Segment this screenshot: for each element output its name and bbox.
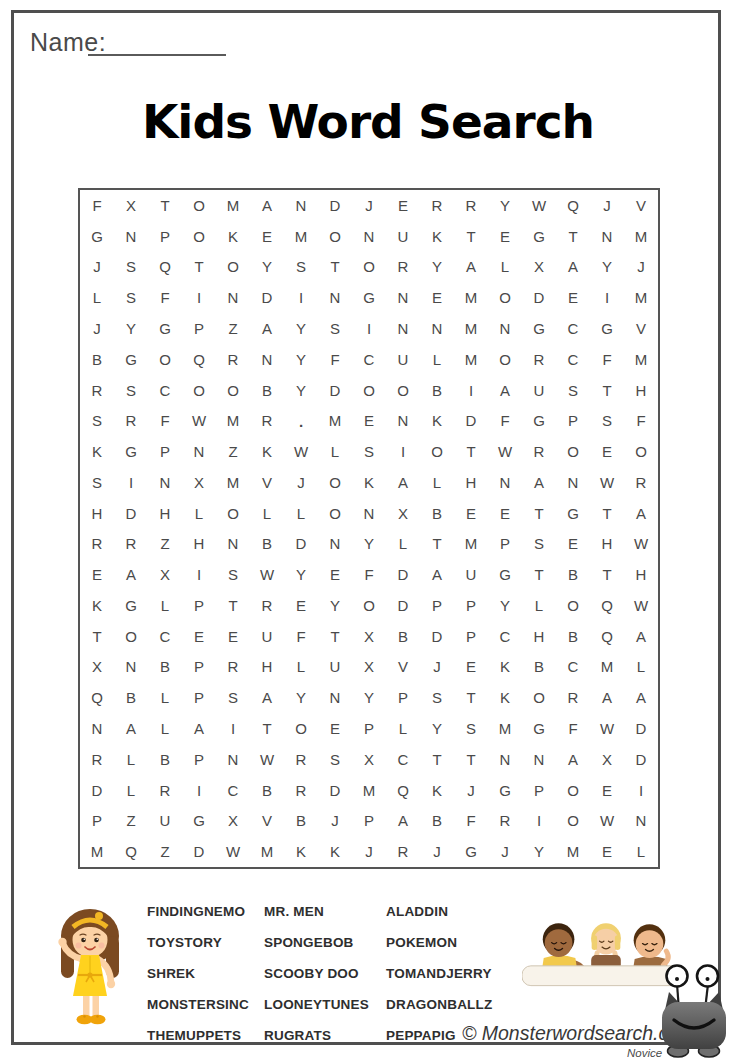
grid-cell: U — [250, 621, 284, 652]
word-list-item: TOMANDJERRY — [386, 958, 506, 989]
grid-cell: L — [114, 775, 148, 806]
grid-cell: E — [556, 282, 590, 313]
grid-cell: S — [284, 252, 318, 283]
grid-cell: M — [488, 713, 522, 744]
grid-cell: G — [522, 313, 556, 344]
grid-cell: O — [624, 436, 658, 467]
grid-cell: X — [352, 621, 386, 652]
grid-cell: K — [284, 836, 318, 867]
grid-cell: X — [216, 805, 250, 836]
grid-cell: N — [114, 221, 148, 252]
grid-cell: J — [624, 252, 658, 283]
grid-cell: O — [352, 375, 386, 406]
grid-cell: J — [420, 652, 454, 683]
grid-cell: N — [420, 313, 454, 344]
grid-cell: B — [556, 621, 590, 652]
grid-cell: J — [80, 252, 114, 283]
grid-cell: Y — [250, 252, 284, 283]
grid-cell: S — [114, 252, 148, 283]
grid-cell: O — [386, 375, 420, 406]
grid-cell: Y — [318, 590, 352, 621]
grid-cell: N — [522, 744, 556, 775]
grid-cell: J — [284, 467, 318, 498]
grid-cell: Y — [284, 682, 318, 713]
grid-cell: Y — [590, 252, 624, 283]
grid-cell: O — [114, 621, 148, 652]
grid-cell: B — [250, 529, 284, 560]
grid-cell: H — [454, 467, 488, 498]
grid-cell: O — [352, 590, 386, 621]
grid-cell: J — [352, 190, 386, 221]
grid-cell: T — [216, 590, 250, 621]
grid-cell: S — [216, 682, 250, 713]
word-list-column: FINDINGNEMOTOYSTORYSHREKMONSTERSINCTHEMU… — [147, 896, 262, 1051]
grid-cell: L — [386, 713, 420, 744]
grid-cell: M — [216, 467, 250, 498]
grid-cell: F — [352, 559, 386, 590]
word-list-item: ALADDIN — [386, 896, 506, 927]
grid-cell: T — [590, 559, 624, 590]
grid-cell: G — [522, 221, 556, 252]
grid-cell: U — [386, 221, 420, 252]
grid-cell: D — [386, 559, 420, 590]
grid-cell: C — [488, 621, 522, 652]
grid-cell: D — [114, 498, 148, 529]
grid-cell: S — [352, 436, 386, 467]
grid-cell: Y — [284, 344, 318, 375]
grid-cell: G — [182, 805, 216, 836]
grid-cell: L — [624, 652, 658, 683]
grid-cell: A — [250, 190, 284, 221]
grid-cell: A — [624, 498, 658, 529]
grid-cell: M — [454, 529, 488, 560]
grid-cell: E — [318, 713, 352, 744]
grid-cell: D — [420, 621, 454, 652]
grid-cell: M — [80, 836, 114, 867]
word-list-item: MONSTERSINC — [147, 989, 262, 1020]
grid-cell: G — [114, 436, 148, 467]
grid-cell: C — [216, 775, 250, 806]
grid-cell: R — [250, 405, 284, 436]
word-list-item: MR. MEN — [264, 896, 382, 927]
grid-cell: S — [80, 467, 114, 498]
grid-cell: H — [522, 621, 556, 652]
name-blank-line — [88, 54, 226, 56]
grid-cell: R — [386, 252, 420, 283]
grid-cell: B — [522, 652, 556, 683]
grid-cell: I — [590, 282, 624, 313]
grid-cell: E — [420, 282, 454, 313]
grid-cell: M — [216, 190, 250, 221]
grid-cell: D — [624, 744, 658, 775]
grid-cell: T — [556, 221, 590, 252]
grid-cell: T — [454, 744, 488, 775]
grid-cell: K — [250, 436, 284, 467]
grid-cell: M — [624, 221, 658, 252]
grid-cell: G — [80, 221, 114, 252]
grid-cell: F — [318, 344, 352, 375]
grid-cell: O — [420, 436, 454, 467]
grid-cell: N — [386, 313, 420, 344]
grid-cell: A — [386, 805, 420, 836]
grid-cell: Q — [182, 344, 216, 375]
grid-cell: K — [80, 436, 114, 467]
grid-cell: C — [352, 344, 386, 375]
grid-cell: E — [454, 498, 488, 529]
grid-cell: B — [420, 805, 454, 836]
grid-cell: S — [590, 405, 624, 436]
grid-cell: A — [556, 744, 590, 775]
grid-cell: O — [284, 713, 318, 744]
grid-cell: N — [182, 436, 216, 467]
grid-cell: N — [318, 529, 352, 560]
grid-cell: D — [318, 190, 352, 221]
grid-cell: G — [488, 559, 522, 590]
grid-cell: P — [80, 805, 114, 836]
grid-cell: L — [386, 529, 420, 560]
grid-cell: U — [148, 805, 182, 836]
grid-cell: V — [624, 190, 658, 221]
grid-cell: Q — [114, 836, 148, 867]
grid-cell: R — [522, 344, 556, 375]
grid-cell: I — [114, 467, 148, 498]
word-list-item: RUGRATS — [264, 1020, 382, 1051]
grid-cell: I — [522, 805, 556, 836]
grid-cell: K — [420, 775, 454, 806]
word-search-grid: FXTOMANDJERRYWQJVGNPOKEMONUKTEGTNMJSQTOY… — [78, 188, 660, 869]
grid-cell: M — [624, 344, 658, 375]
grid-cell: O — [318, 221, 352, 252]
grid-cell: F — [454, 805, 488, 836]
grid-cell: L — [80, 282, 114, 313]
grid-cell: P — [488, 529, 522, 560]
grid-cell: G — [522, 713, 556, 744]
grid-cell: W — [590, 467, 624, 498]
grid-cell: P — [352, 713, 386, 744]
grid-cell: R — [284, 744, 318, 775]
grid-cell: T — [454, 221, 488, 252]
grid-cell: M — [624, 282, 658, 313]
grid-cell: Z — [148, 836, 182, 867]
grid-cell: X — [386, 498, 420, 529]
grid-cell: D — [182, 836, 216, 867]
grid-cell: T — [148, 190, 182, 221]
grid-cell: H — [624, 375, 658, 406]
grid-cell: T — [454, 436, 488, 467]
grid-cell: D — [318, 375, 352, 406]
grid-cell: D — [318, 775, 352, 806]
grid-cell: S — [420, 682, 454, 713]
grid-cell: V — [624, 313, 658, 344]
grid-cell: R — [454, 190, 488, 221]
grid-cell: N — [216, 744, 250, 775]
grid-cell: P — [148, 221, 182, 252]
grid-cell: R — [250, 590, 284, 621]
grid-cell: W — [590, 713, 624, 744]
grid-cell: T — [590, 498, 624, 529]
grid-cell: E — [454, 652, 488, 683]
grid-cell: V — [386, 652, 420, 683]
grid-cell: L — [148, 590, 182, 621]
grid-cell: F — [148, 405, 182, 436]
grid-cell: H — [250, 652, 284, 683]
grid-cell: Y — [488, 190, 522, 221]
grid-cell: P — [182, 682, 216, 713]
grid-cell: B — [556, 559, 590, 590]
grid-cell: Q — [590, 590, 624, 621]
grid-cell: O — [488, 344, 522, 375]
grid-cell: L — [420, 344, 454, 375]
grid-cell: M — [284, 221, 318, 252]
grid-cell: G — [352, 282, 386, 313]
grid-cell: O — [318, 467, 352, 498]
word-list-item: SPONGEBOB — [264, 927, 382, 958]
grid-cell: X — [352, 744, 386, 775]
grid-cell: F — [284, 621, 318, 652]
grid-cell: B — [148, 744, 182, 775]
grid-cell: X — [352, 652, 386, 683]
grid-cell: R — [80, 744, 114, 775]
grid-cell: W — [182, 405, 216, 436]
grid-cell: M — [454, 282, 488, 313]
grid-cell: L — [114, 744, 148, 775]
grid-cell: B — [148, 652, 182, 683]
grid-cell: F — [556, 713, 590, 744]
grid-cell: K — [216, 221, 250, 252]
grid-cell: X — [114, 190, 148, 221]
grid-cell: K — [488, 682, 522, 713]
grid-cell: Y — [284, 375, 318, 406]
grid-cell: U — [454, 559, 488, 590]
grid-cell: P — [454, 590, 488, 621]
grid-cell: P — [420, 590, 454, 621]
grid-cell: K — [420, 221, 454, 252]
grid-cell: N — [318, 282, 352, 313]
grid-cell: R — [420, 190, 454, 221]
grid-cell: I — [624, 775, 658, 806]
monster-mascot-illustration — [656, 958, 736, 1060]
grid-cell: O — [216, 375, 250, 406]
grid-cell: R — [522, 436, 556, 467]
grid-cell: E — [488, 221, 522, 252]
grid-cell: O — [556, 775, 590, 806]
grid-cell: M — [216, 405, 250, 436]
grid-cell: G — [454, 836, 488, 867]
grid-cell: D — [522, 282, 556, 313]
grid-cell: N — [488, 744, 522, 775]
grid-cell: L — [148, 682, 182, 713]
grid-cell: A — [624, 621, 658, 652]
grid-cell: F — [80, 190, 114, 221]
grid-cell: P — [182, 313, 216, 344]
name-label: Name: — [30, 28, 106, 57]
grid-cell: G — [114, 590, 148, 621]
grid-cell: R — [284, 775, 318, 806]
grid-cell: A — [590, 682, 624, 713]
grid-cell: W — [590, 805, 624, 836]
grid-cell: N — [250, 344, 284, 375]
grid-cell: W — [488, 436, 522, 467]
grid-cell: R — [148, 775, 182, 806]
grid-cell: O — [182, 221, 216, 252]
grid-cell: N — [318, 682, 352, 713]
grid-cell: N — [148, 467, 182, 498]
grid-cell: E — [590, 836, 624, 867]
grid-cell: T — [590, 375, 624, 406]
grid-cell: K — [318, 836, 352, 867]
grid-cell: O — [318, 498, 352, 529]
grid-cell: S — [522, 529, 556, 560]
grid-cell: H — [182, 529, 216, 560]
grid-cell: W — [216, 836, 250, 867]
word-list-item: SHREK — [147, 958, 262, 989]
grid-cell: N — [352, 221, 386, 252]
grid-cell: L — [420, 467, 454, 498]
grid-cell: B — [114, 682, 148, 713]
grid-cell: I — [216, 713, 250, 744]
grid-cell: R — [488, 805, 522, 836]
grid-cell: E — [318, 559, 352, 590]
grid-cell: J — [590, 190, 624, 221]
grid-cell: N — [386, 405, 420, 436]
grid-cell: M — [352, 775, 386, 806]
grid-cell: I — [182, 559, 216, 590]
grid-cell: E — [386, 190, 420, 221]
grid-cell: G — [522, 405, 556, 436]
grid-cell: K — [420, 405, 454, 436]
grid-cell: W — [284, 436, 318, 467]
word-list-item: POKEMON — [386, 927, 506, 958]
grid-cell: R — [80, 375, 114, 406]
grid-cell: Q — [386, 775, 420, 806]
grid-cell: D — [80, 775, 114, 806]
grid-cell: J — [420, 836, 454, 867]
grid-cell: R — [80, 529, 114, 560]
grid-cell: O — [148, 344, 182, 375]
grid-cell: Q — [148, 252, 182, 283]
grid-cell: K — [352, 467, 386, 498]
word-list-item: SCOOBY DOO — [264, 958, 382, 989]
grid-cell: P — [556, 405, 590, 436]
grid-cell: Y — [352, 529, 386, 560]
grid-cell: M — [250, 836, 284, 867]
grid-cell: J — [352, 836, 386, 867]
word-list-item: LOONEYTUNES — [264, 989, 382, 1020]
grid-cell: L — [488, 252, 522, 283]
grid-cell: R — [386, 836, 420, 867]
grid-cell: M — [454, 313, 488, 344]
grid-cell: A — [386, 467, 420, 498]
grid-cell: W — [624, 529, 658, 560]
word-list-item: TOYSTORY — [147, 927, 262, 958]
grid-cell: Z — [148, 529, 182, 560]
grid-cell: O — [556, 436, 590, 467]
grid-cell: R — [114, 529, 148, 560]
grid-cell: E — [590, 775, 624, 806]
grid-cell: S — [318, 744, 352, 775]
grid-cell: S — [454, 713, 488, 744]
grid-cell: T — [454, 682, 488, 713]
grid-cell: I — [284, 282, 318, 313]
grid-cell: Z — [216, 313, 250, 344]
grid-cell: P — [454, 621, 488, 652]
grid-cell: E — [250, 221, 284, 252]
grid-cell: S — [114, 375, 148, 406]
grid-cell: A — [556, 252, 590, 283]
grid-cell: T — [420, 744, 454, 775]
grid-cell: P — [386, 682, 420, 713]
grid-cell: H — [148, 498, 182, 529]
girl-illustration — [42, 896, 138, 1032]
grid-cell: G — [114, 344, 148, 375]
grid-cell: A — [454, 252, 488, 283]
grid-cell: I — [182, 775, 216, 806]
grid-cell: A — [522, 467, 556, 498]
grid-cell: S — [114, 282, 148, 313]
grid-cell: Y — [420, 713, 454, 744]
grid-cell: D — [454, 405, 488, 436]
grid-cell: D — [624, 713, 658, 744]
grid-cell: N — [216, 529, 250, 560]
grid-cell: Z — [114, 805, 148, 836]
grid-cell: E — [590, 436, 624, 467]
grid-cell: O — [182, 190, 216, 221]
grid-cell: T — [522, 498, 556, 529]
grid-cell: G — [488, 775, 522, 806]
grid-cell: Y — [114, 313, 148, 344]
grid-cell: . — [284, 405, 318, 436]
grid-cell: C — [556, 344, 590, 375]
grid-cell: A — [250, 682, 284, 713]
grid-cell: F — [590, 344, 624, 375]
grid-cell: O — [522, 682, 556, 713]
grid-cell: B — [420, 498, 454, 529]
grid-cell: B — [80, 344, 114, 375]
grid-cell: N — [284, 190, 318, 221]
grid-cell: W — [250, 744, 284, 775]
grid-cell: B — [386, 621, 420, 652]
grid-cell: X — [182, 467, 216, 498]
grid-cell: L — [318, 436, 352, 467]
grid-cell: G — [148, 313, 182, 344]
grid-cell: G — [590, 313, 624, 344]
grid-cell: X — [148, 559, 182, 590]
grid-cell: A — [624, 682, 658, 713]
grid-cell: J — [454, 775, 488, 806]
grid-cell: B — [284, 805, 318, 836]
grid-cell: N — [624, 805, 658, 836]
grid-cell: Q — [80, 682, 114, 713]
grid-cell: U — [386, 344, 420, 375]
grid-cell: P — [352, 805, 386, 836]
grid-cell: I — [182, 282, 216, 313]
grid-cell: L — [148, 713, 182, 744]
grid-cell: C — [148, 375, 182, 406]
word-list-column: MR. MENSPONGEBOBSCOOBY DOOLOONEYTUNESRUG… — [264, 896, 382, 1051]
grid-cell: E — [556, 529, 590, 560]
grid-cell: A — [114, 559, 148, 590]
grid-cell: W — [522, 190, 556, 221]
grid-cell: E — [80, 559, 114, 590]
grid-cell: I — [454, 375, 488, 406]
grid-cell: C — [556, 313, 590, 344]
grid-cell: Y — [420, 252, 454, 283]
grid-cell: J — [80, 313, 114, 344]
grid-cell: U — [522, 375, 556, 406]
grid-cell: T — [182, 252, 216, 283]
grid-cell: K — [80, 590, 114, 621]
grid-cell: P — [148, 436, 182, 467]
